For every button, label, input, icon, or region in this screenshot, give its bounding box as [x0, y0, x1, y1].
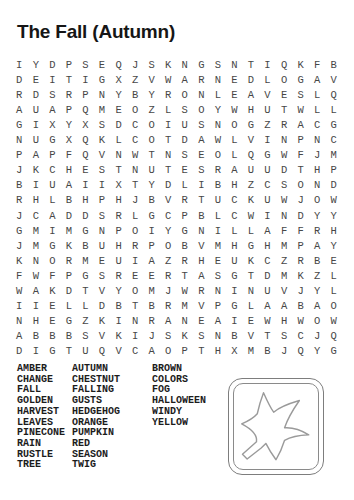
grid-cell-r11c7[interactable]: R [110, 208, 127, 223]
grid-cell-r14c20[interactable]: E [325, 253, 342, 268]
grid-cell-r14c8[interactable]: I [127, 253, 144, 268]
grid-cell-r11c6[interactable]: S [94, 208, 111, 223]
grid-cell-r14c11[interactable]: R [176, 253, 193, 268]
grid-cell-r9c15[interactable]: Z [243, 178, 260, 193]
grid-cell-r16c15[interactable]: N [243, 284, 260, 299]
grid-cell-r3c8[interactable]: B [127, 87, 144, 102]
grid-cell-r10c3[interactable]: L [44, 193, 61, 208]
grid-cell-r18c9[interactable]: R [143, 314, 160, 329]
grid-cell-r7c11[interactable]: S [176, 148, 193, 163]
grid-cell-r10c1[interactable]: R [11, 193, 28, 208]
grid-cell-r3c12[interactable]: N [193, 87, 210, 102]
grid-cell-r14c10[interactable]: Z [160, 253, 177, 268]
grid-cell-r16c19[interactable]: Y [309, 284, 326, 299]
grid-cell-r6c16[interactable]: I [259, 133, 276, 148]
grid-cell-r11c17[interactable]: N [276, 208, 293, 223]
grid-cell-r10c19[interactable]: O [309, 193, 326, 208]
grid-cell-r8c14[interactable]: A [226, 163, 243, 178]
grid-cell-r13c16[interactable]: H [259, 238, 276, 253]
grid-cell-r13c5[interactable]: B [77, 238, 94, 253]
grid-cell-r16c6[interactable]: V [94, 284, 111, 299]
grid-cell-r2c18[interactable]: G [292, 72, 309, 87]
grid-cell-r1c16[interactable]: I [259, 57, 276, 72]
grid-cell-r10c7[interactable]: H [110, 193, 127, 208]
grid-cell-r5c9[interactable]: O [143, 117, 160, 132]
grid-cell-r11c4[interactable]: D [61, 208, 78, 223]
grid-cell-r8c18[interactable]: T [292, 163, 309, 178]
grid-cell-r17c4[interactable]: L [61, 299, 78, 314]
grid-cell-r11c10[interactable]: C [160, 208, 177, 223]
grid-cell-r10c18[interactable]: J [292, 193, 309, 208]
grid-cell-r1c7[interactable]: Q [110, 57, 127, 72]
grid-cell-r9c9[interactable]: Y [143, 178, 160, 193]
grid-cell-r7c12[interactable]: E [193, 148, 210, 163]
grid-cell-r7c19[interactable]: J [309, 148, 326, 163]
grid-cell-r12c4[interactable]: M [61, 223, 78, 238]
grid-cell-r8c12[interactable]: S [193, 163, 210, 178]
grid-cell-r4c1[interactable]: A [11, 102, 28, 117]
grid-cell-r12c11[interactable]: G [176, 223, 193, 238]
grid-cell-r2c20[interactable]: V [325, 72, 342, 87]
grid-cell-r20c1[interactable]: D [11, 344, 28, 359]
grid-cell-r7c8[interactable]: W [127, 148, 144, 163]
grid-cell-r18c17[interactable]: H [276, 314, 293, 329]
grid-cell-r18c20[interactable]: W [325, 314, 342, 329]
grid-cell-r2c12[interactable]: R [193, 72, 210, 87]
grid-cell-r19c16[interactable]: T [259, 329, 276, 344]
grid-cell-r4c5[interactable]: Q [77, 102, 94, 117]
grid-cell-r1c18[interactable]: K [292, 57, 309, 72]
grid-cell-r20c7[interactable]: V [110, 344, 127, 359]
grid-cell-r9c20[interactable]: D [325, 178, 342, 193]
grid-cell-r16c18[interactable]: J [292, 284, 309, 299]
grid-cell-r3c14[interactable]: E [226, 87, 243, 102]
grid-cell-r19c13[interactable]: N [210, 329, 227, 344]
grid-cell-r20c13[interactable]: H [210, 344, 227, 359]
grid-cell-r15c6[interactable]: S [94, 268, 111, 283]
grid-cell-r16c7[interactable]: Y [110, 284, 127, 299]
grid-cell-r13c14[interactable]: H [226, 238, 243, 253]
grid-cell-r6c18[interactable]: P [292, 133, 309, 148]
grid-cell-r3c13[interactable]: L [210, 87, 227, 102]
grid-cell-r5c16[interactable]: Z [259, 117, 276, 132]
grid-cell-r10c13[interactable]: U [210, 193, 227, 208]
grid-cell-r7c15[interactable]: Q [243, 148, 260, 163]
grid-cell-r7c3[interactable]: P [44, 148, 61, 163]
grid-cell-r9c18[interactable]: O [292, 178, 309, 193]
grid-cell-r20c18[interactable]: Q [292, 344, 309, 359]
grid-cell-r14c5[interactable]: M [77, 253, 94, 268]
grid-cell-r18c8[interactable]: N [127, 314, 144, 329]
grid-cell-r9c17[interactable]: S [276, 178, 293, 193]
grid-cell-r3c6[interactable]: N [94, 87, 111, 102]
grid-cell-r14c9[interactable]: A [143, 253, 160, 268]
grid-cell-r11c14[interactable]: C [226, 208, 243, 223]
grid-cell-r9c8[interactable]: T [127, 178, 144, 193]
grid-cell-r20c14[interactable]: X [226, 344, 243, 359]
grid-cell-r8c3[interactable]: C [44, 163, 61, 178]
grid-cell-r2c17[interactable]: O [276, 72, 293, 87]
grid-cell-r5c20[interactable]: G [325, 117, 342, 132]
grid-cell-r6c8[interactable]: C [127, 133, 144, 148]
grid-cell-r8c8[interactable]: N [127, 163, 144, 178]
grid-cell-r6c20[interactable]: C [325, 133, 342, 148]
grid-cell-r15c17[interactable]: M [276, 268, 293, 283]
grid-cell-r16c5[interactable]: T [77, 284, 94, 299]
grid-cell-r1c2[interactable]: Y [28, 57, 45, 72]
grid-cell-r15c2[interactable]: W [28, 268, 45, 283]
grid-cell-r13c8[interactable]: R [127, 238, 144, 253]
grid-cell-r5c3[interactable]: X [44, 117, 61, 132]
grid-cell-r1c8[interactable]: J [127, 57, 144, 72]
grid-cell-r2c16[interactable]: L [259, 72, 276, 87]
grid-cell-r19c12[interactable]: S [193, 329, 210, 344]
grid-cell-r3c19[interactable]: L [309, 87, 326, 102]
grid-cell-r11c20[interactable]: Y [325, 208, 342, 223]
grid-cell-r16c13[interactable]: N [210, 284, 227, 299]
grid-cell-r5c11[interactable]: U [176, 117, 193, 132]
grid-cell-r12c9[interactable]: I [143, 223, 160, 238]
grid-cell-r2c5[interactable]: I [77, 72, 94, 87]
grid-cell-r9c19[interactable]: N [309, 178, 326, 193]
grid-cell-r7c7[interactable]: N [110, 148, 127, 163]
grid-cell-r6c19[interactable]: N [309, 133, 326, 148]
grid-cell-r20c5[interactable]: U [77, 344, 94, 359]
grid-cell-r19c19[interactable]: J [309, 329, 326, 344]
grid-cell-r17c1[interactable]: I [11, 299, 28, 314]
grid-cell-r16c20[interactable]: L [325, 284, 342, 299]
grid-cell-r7c2[interactable]: A [28, 148, 45, 163]
grid-cell-r20c15[interactable]: M [243, 344, 260, 359]
grid-cell-r6c15[interactable]: V [243, 133, 260, 148]
grid-cell-r18c14[interactable]: I [226, 314, 243, 329]
grid-cell-r3c2[interactable]: D [28, 87, 45, 102]
grid-cell-r2c15[interactable]: D [243, 72, 260, 87]
grid-cell-r14c15[interactable]: K [243, 253, 260, 268]
grid-cell-r5c13[interactable]: N [210, 117, 227, 132]
grid-cell-r2c3[interactable]: I [44, 72, 61, 87]
grid-cell-r1c13[interactable]: S [210, 57, 227, 72]
grid-cell-r13c19[interactable]: A [309, 238, 326, 253]
grid-cell-r12c14[interactable]: L [226, 223, 243, 238]
grid-cell-r3c3[interactable]: S [44, 87, 61, 102]
grid-cell-r13c4[interactable]: K [61, 238, 78, 253]
grid-cell-r3c7[interactable]: Y [110, 87, 127, 102]
grid-cell-r17c5[interactable]: L [77, 299, 94, 314]
grid-cell-r1c4[interactable]: P [61, 57, 78, 72]
grid-cell-r11c8[interactable]: L [127, 208, 144, 223]
grid-cell-r18c10[interactable]: A [160, 314, 177, 329]
grid-cell-r13c9[interactable]: P [143, 238, 160, 253]
grid-cell-r11c18[interactable]: D [292, 208, 309, 223]
grid-cell-r19c18[interactable]: C [292, 329, 309, 344]
grid-cell-r3c4[interactable]: R [61, 87, 78, 102]
grid-cell-r20c10[interactable]: O [160, 344, 177, 359]
grid-cell-r1c6[interactable]: E [94, 57, 111, 72]
grid-cell-r2c13[interactable]: N [210, 72, 227, 87]
grid-cell-r16c16[interactable]: U [259, 284, 276, 299]
grid-cell-r15c7[interactable]: R [110, 268, 127, 283]
grid-cell-r13c10[interactable]: O [160, 238, 177, 253]
grid-cell-r11c12[interactable]: B [193, 208, 210, 223]
grid-cell-r17c16[interactable]: A [259, 299, 276, 314]
grid-cell-r9c10[interactable]: D [160, 178, 177, 193]
grid-cell-r6c14[interactable]: L [226, 133, 243, 148]
grid-cell-r17c3[interactable]: E [44, 299, 61, 314]
grid-cell-r12c15[interactable]: L [243, 223, 260, 238]
grid-cell-r4c16[interactable]: U [259, 102, 276, 117]
grid-cell-r15c1[interactable]: F [11, 268, 28, 283]
grid-cell-r10c14[interactable]: C [226, 193, 243, 208]
grid-cell-r3c16[interactable]: V [259, 87, 276, 102]
grid-cell-r9c3[interactable]: U [44, 178, 61, 193]
grid-cell-r12c18[interactable]: F [292, 223, 309, 238]
grid-cell-r6c17[interactable]: N [276, 133, 293, 148]
grid-cell-r6c4[interactable]: X [61, 133, 78, 148]
grid-cell-r8c19[interactable]: H [309, 163, 326, 178]
grid-cell-r10c9[interactable]: B [143, 193, 160, 208]
grid-cell-r14c7[interactable]: U [110, 253, 127, 268]
grid-cell-r3c17[interactable]: E [276, 87, 293, 102]
grid-cell-r15c15[interactable]: T [243, 268, 260, 283]
grid-cell-r7c9[interactable]: T [143, 148, 160, 163]
grid-cell-r20c2[interactable]: I [28, 344, 45, 359]
grid-cell-r15c8[interactable]: E [127, 268, 144, 283]
grid-cell-r3c11[interactable]: O [176, 87, 193, 102]
grid-cell-r11c1[interactable]: J [11, 208, 28, 223]
grid-cell-r17c19[interactable]: A [309, 299, 326, 314]
grid-cell-r15c10[interactable]: R [160, 268, 177, 283]
grid-cell-r14c16[interactable]: C [259, 253, 276, 268]
grid-cell-r3c15[interactable]: A [243, 87, 260, 102]
grid-cell-r17c13[interactable]: P [210, 299, 227, 314]
grid-cell-r13c7[interactable]: H [110, 238, 127, 253]
grid-cell-r9c1[interactable]: B [11, 178, 28, 193]
grid-cell-r4c9[interactable]: Z [143, 102, 160, 117]
grid-cell-r13c12[interactable]: V [193, 238, 210, 253]
grid-cell-r13c2[interactable]: M [28, 238, 45, 253]
grid-cell-r10c12[interactable]: T [193, 193, 210, 208]
grid-cell-r13c6[interactable]: U [94, 238, 111, 253]
grid-cell-r19c6[interactable]: V [94, 329, 111, 344]
grid-cell-r12c20[interactable]: H [325, 223, 342, 238]
grid-cell-r5c17[interactable]: R [276, 117, 293, 132]
grid-cell-r18c3[interactable]: E [44, 314, 61, 329]
grid-cell-r12c5[interactable]: G [77, 223, 94, 238]
grid-cell-r16c9[interactable]: M [143, 284, 160, 299]
grid-cell-r9c14[interactable]: H [226, 178, 243, 193]
grid-cell-r10c10[interactable]: V [160, 193, 177, 208]
grid-cell-r20c20[interactable]: G [325, 344, 342, 359]
grid-cell-r6c11[interactable]: D [176, 133, 193, 148]
grid-cell-r2c2[interactable]: E [28, 72, 45, 87]
grid-cell-r4c10[interactable]: L [160, 102, 177, 117]
grid-cell-r20c11[interactable]: P [176, 344, 193, 359]
grid-cell-r17c17[interactable]: A [276, 299, 293, 314]
grid-cell-r7c10[interactable]: N [160, 148, 177, 163]
grid-cell-r15c3[interactable]: F [44, 268, 61, 283]
grid-cell-r19c5[interactable]: S [77, 329, 94, 344]
grid-cell-r15c5[interactable]: G [77, 268, 94, 283]
grid-cell-r5c6[interactable]: S [94, 117, 111, 132]
grid-cell-r14c12[interactable]: H [193, 253, 210, 268]
grid-cell-r5c10[interactable]: I [160, 117, 177, 132]
grid-cell-r7c13[interactable]: O [210, 148, 227, 163]
grid-cell-r20c3[interactable]: G [44, 344, 61, 359]
grid-cell-r5c2[interactable]: I [28, 117, 45, 132]
grid-cell-r7c16[interactable]: G [259, 148, 276, 163]
grid-cell-r10c15[interactable]: K [243, 193, 260, 208]
grid-cell-r9c12[interactable]: I [193, 178, 210, 193]
grid-cell-r5c1[interactable]: G [11, 117, 28, 132]
grid-cell-r12c6[interactable]: N [94, 223, 111, 238]
grid-cell-r1c17[interactable]: Q [276, 57, 293, 72]
grid-cell-r17c10[interactable]: R [160, 299, 177, 314]
grid-cell-r14c6[interactable]: E [94, 253, 111, 268]
grid-cell-r8c10[interactable]: T [160, 163, 177, 178]
grid-cell-r17c18[interactable]: B [292, 299, 309, 314]
grid-cell-r7c5[interactable]: Q [77, 148, 94, 163]
grid-cell-r2c14[interactable]: E [226, 72, 243, 87]
grid-cell-r19c2[interactable]: B [28, 329, 45, 344]
grid-cell-r17c12[interactable]: V [193, 299, 210, 314]
grid-cell-r14c17[interactable]: Z [276, 253, 293, 268]
grid-cell-r5c5[interactable]: X [77, 117, 94, 132]
grid-cell-r9c16[interactable]: C [259, 178, 276, 193]
grid-cell-r1c12[interactable]: G [193, 57, 210, 72]
grid-cell-r19c1[interactable]: A [11, 329, 28, 344]
grid-cell-r18c6[interactable]: K [94, 314, 111, 329]
grid-cell-r10c2[interactable]: H [28, 193, 45, 208]
grid-cell-r11c5[interactable]: D [77, 208, 94, 223]
grid-cell-r12c16[interactable]: A [259, 223, 276, 238]
grid-cell-r14c18[interactable]: R [292, 253, 309, 268]
grid-cell-r17c7[interactable]: B [110, 299, 127, 314]
grid-cell-r6c12[interactable]: A [193, 133, 210, 148]
grid-cell-r8c6[interactable]: S [94, 163, 111, 178]
grid-cell-r13c18[interactable]: P [292, 238, 309, 253]
grid-cell-r2c11[interactable]: A [176, 72, 193, 87]
grid-cell-r1c5[interactable]: S [77, 57, 94, 72]
grid-cell-r6c1[interactable]: N [11, 133, 28, 148]
grid-cell-r20c12[interactable]: T [193, 344, 210, 359]
grid-cell-r10c8[interactable]: J [127, 193, 144, 208]
grid-cell-r15c19[interactable]: Z [309, 268, 326, 283]
grid-cell-r12c12[interactable]: N [193, 223, 210, 238]
grid-cell-r17c2[interactable]: I [28, 299, 45, 314]
grid-cell-r9c4[interactable]: A [61, 178, 78, 193]
grid-cell-r11c19[interactable]: Y [309, 208, 326, 223]
grid-cell-r20c6[interactable]: Q [94, 344, 111, 359]
grid-cell-r3c5[interactable]: P [77, 87, 94, 102]
grid-cell-r1c9[interactable]: S [143, 57, 160, 72]
grid-cell-r9c7[interactable]: X [110, 178, 127, 193]
grid-cell-r4c3[interactable]: A [44, 102, 61, 117]
grid-cell-r4c2[interactable]: U [28, 102, 45, 117]
grid-cell-r15c9[interactable]: E [143, 268, 160, 283]
grid-cell-r9c13[interactable]: B [210, 178, 227, 193]
grid-cell-r19c11[interactable]: K [176, 329, 193, 344]
grid-cell-r18c4[interactable]: G [61, 314, 78, 329]
grid-cell-r6c9[interactable]: O [143, 133, 160, 148]
grid-cell-r5c7[interactable]: D [110, 117, 127, 132]
grid-cell-r11c13[interactable]: L [210, 208, 227, 223]
grid-cell-r17c6[interactable]: D [94, 299, 111, 314]
grid-cell-r17c14[interactable]: G [226, 299, 243, 314]
grid-cell-r8c5[interactable]: E [77, 163, 94, 178]
grid-cell-r15c20[interactable]: L [325, 268, 342, 283]
grid-cell-r8c17[interactable]: D [276, 163, 293, 178]
grid-cell-r1c10[interactable]: K [160, 57, 177, 72]
grid-cell-r8c20[interactable]: P [325, 163, 342, 178]
grid-cell-r10c20[interactable]: W [325, 193, 342, 208]
grid-cell-r15c4[interactable]: P [61, 268, 78, 283]
grid-cell-r6c2[interactable]: U [28, 133, 45, 148]
grid-cell-r11c11[interactable]: P [176, 208, 193, 223]
grid-cell-r4c7[interactable]: E [110, 102, 127, 117]
grid-cell-r12c8[interactable]: O [127, 223, 144, 238]
grid-cell-r4c20[interactable]: L [325, 102, 342, 117]
grid-cell-r1c20[interactable]: B [325, 57, 342, 72]
grid-cell-r19c20[interactable]: Q [325, 329, 342, 344]
grid-cell-r19c17[interactable]: S [276, 329, 293, 344]
grid-cell-r3c9[interactable]: Y [143, 87, 160, 102]
grid-cell-r18c15[interactable]: E [243, 314, 260, 329]
grid-cell-r13c11[interactable]: B [176, 238, 193, 253]
grid-cell-r8c7[interactable]: T [110, 163, 127, 178]
grid-cell-r8c13[interactable]: R [210, 163, 227, 178]
grid-cell-r16c12[interactable]: R [193, 284, 210, 299]
grid-cell-r7c18[interactable]: F [292, 148, 309, 163]
grid-cell-r20c16[interactable]: B [259, 344, 276, 359]
grid-cell-r5c12[interactable]: S [193, 117, 210, 132]
grid-cell-r13c3[interactable]: G [44, 238, 61, 253]
grid-cell-r14c3[interactable]: O [44, 253, 61, 268]
grid-cell-r7c1[interactable]: P [11, 148, 28, 163]
grid-cell-r4c19[interactable]: L [309, 102, 326, 117]
grid-cell-r9c2[interactable]: I [28, 178, 45, 193]
grid-cell-r7c6[interactable]: V [94, 148, 111, 163]
grid-cell-r11c9[interactable]: G [143, 208, 160, 223]
grid-cell-r18c18[interactable]: W [292, 314, 309, 329]
grid-cell-r2c1[interactable]: D [11, 72, 28, 87]
grid-cell-r15c12[interactable]: A [193, 268, 210, 283]
grid-cell-r20c8[interactable]: C [127, 344, 144, 359]
grid-cell-r16c14[interactable]: I [226, 284, 243, 299]
grid-cell-r12c13[interactable]: I [210, 223, 227, 238]
grid-cell-r12c17[interactable]: F [276, 223, 293, 238]
grid-cell-r9c11[interactable]: L [176, 178, 193, 193]
grid-cell-r10c5[interactable]: H [77, 193, 94, 208]
grid-cell-r20c17[interactable]: J [276, 344, 293, 359]
grid-cell-r14c13[interactable]: E [210, 253, 227, 268]
grid-cell-r13c15[interactable]: G [243, 238, 260, 253]
grid-cell-r6c6[interactable]: K [94, 133, 111, 148]
grid-cell-r2c10[interactable]: W [160, 72, 177, 87]
grid-cell-r10c4[interactable]: B [61, 193, 78, 208]
grid-cell-r16c1[interactable]: W [11, 284, 28, 299]
grid-cell-r19c15[interactable]: V [243, 329, 260, 344]
grid-cell-r5c18[interactable]: A [292, 117, 309, 132]
grid-cell-r16c17[interactable]: V [276, 284, 293, 299]
grid-cell-r4c6[interactable]: M [94, 102, 111, 117]
grid-cell-r3c18[interactable]: S [292, 87, 309, 102]
grid-cell-r12c7[interactable]: P [110, 223, 127, 238]
grid-cell-r16c3[interactable]: K [44, 284, 61, 299]
grid-cell-r13c1[interactable]: J [11, 238, 28, 253]
grid-cell-r16c11[interactable]: W [176, 284, 193, 299]
grid-cell-r16c8[interactable]: O [127, 284, 144, 299]
